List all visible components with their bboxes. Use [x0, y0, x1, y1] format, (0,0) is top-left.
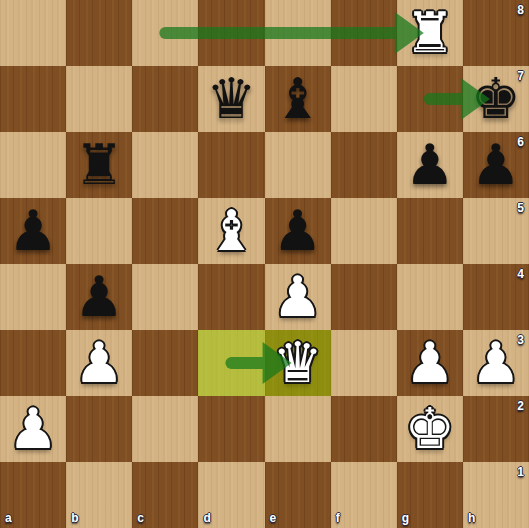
square-f4[interactable] — [331, 264, 397, 330]
piece-black-pawn-a5[interactable]: ♟ — [8, 203, 58, 259]
piece-white-pawn-a2[interactable]: ♟ — [8, 401, 58, 457]
piece-white-rook-g8[interactable]: ♜ — [405, 5, 455, 61]
square-g7[interactable] — [397, 66, 463, 132]
piece-white-bishop-d5[interactable]: ♝ — [206, 203, 256, 259]
piece-black-pawn-h6[interactable]: ♟ — [471, 137, 521, 193]
square-f8[interactable] — [331, 0, 397, 66]
square-e5[interactable]: ♟ — [265, 198, 331, 264]
square-a5[interactable]: ♟ — [0, 198, 66, 264]
square-b3[interactable]: ♟ — [66, 330, 132, 396]
square-b2[interactable] — [66, 396, 132, 462]
square-h2[interactable]: 2 — [463, 396, 529, 462]
square-d6[interactable] — [198, 132, 264, 198]
square-h4[interactable]: 4 — [463, 264, 529, 330]
square-e3[interactable]: ♛ — [265, 330, 331, 396]
square-f5[interactable] — [331, 198, 397, 264]
square-g5[interactable] — [397, 198, 463, 264]
piece-black-rook-b6[interactable]: ♜ — [74, 137, 124, 193]
piece-white-pawn-b3[interactable]: ♟ — [74, 335, 124, 391]
piece-black-pawn-g6[interactable]: ♟ — [405, 137, 455, 193]
square-b8[interactable] — [66, 0, 132, 66]
square-g6[interactable]: ♟ — [397, 132, 463, 198]
square-c1[interactable]: c — [132, 462, 198, 528]
piece-black-queen-d7[interactable]: ♛ — [206, 71, 256, 127]
file-label-h: h — [468, 512, 475, 524]
square-c8[interactable] — [132, 0, 198, 66]
square-f2[interactable] — [331, 396, 397, 462]
piece-white-pawn-e4[interactable]: ♟ — [272, 269, 322, 325]
square-b1[interactable]: b — [66, 462, 132, 528]
file-label-b: b — [71, 512, 78, 524]
square-c7[interactable] — [132, 66, 198, 132]
square-h7[interactable]: 7♚ — [463, 66, 529, 132]
file-label-f: f — [336, 512, 340, 524]
piece-black-pawn-b4[interactable]: ♟ — [74, 269, 124, 325]
rank-label-4: 4 — [517, 268, 524, 280]
square-d3[interactable] — [198, 330, 264, 396]
square-f1[interactable]: f — [331, 462, 397, 528]
piece-white-queen-e3[interactable]: ♛ — [272, 335, 322, 391]
file-label-d: d — [203, 512, 210, 524]
square-c2[interactable] — [132, 396, 198, 462]
square-d2[interactable] — [198, 396, 264, 462]
piece-black-pawn-e5[interactable]: ♟ — [272, 203, 322, 259]
piece-black-king-h7[interactable]: ♚ — [471, 71, 521, 127]
square-d7[interactable]: ♛ — [198, 66, 264, 132]
rank-label-8: 8 — [517, 4, 524, 16]
rank-label-5: 5 — [517, 202, 524, 214]
piece-white-pawn-h3[interactable]: ♟ — [471, 335, 521, 391]
square-g8[interactable]: ♜ — [397, 0, 463, 66]
square-d5[interactable]: ♝ — [198, 198, 264, 264]
square-e7[interactable]: ♝ — [265, 66, 331, 132]
rank-label-2: 2 — [517, 400, 524, 412]
file-label-c: c — [137, 512, 144, 524]
square-c5[interactable] — [132, 198, 198, 264]
square-f6[interactable] — [331, 132, 397, 198]
square-b6[interactable]: ♜ — [66, 132, 132, 198]
square-a2[interactable]: ♟ — [0, 396, 66, 462]
square-d4[interactable] — [198, 264, 264, 330]
piece-black-bishop-e7[interactable]: ♝ — [272, 71, 322, 127]
square-a8[interactable] — [0, 0, 66, 66]
square-e4[interactable]: ♟ — [265, 264, 331, 330]
square-b5[interactable] — [66, 198, 132, 264]
rank-label-1: 1 — [517, 466, 524, 478]
square-f3[interactable] — [331, 330, 397, 396]
square-c6[interactable] — [132, 132, 198, 198]
square-h5[interactable]: 5 — [463, 198, 529, 264]
square-b7[interactable] — [66, 66, 132, 132]
square-a7[interactable] — [0, 66, 66, 132]
chess-board: ♜8♛♝7♚♜♟6♟♟♝♟5♟♟4♟♛♟3♟♟♚2abcdefg1h — [0, 0, 529, 528]
square-h1[interactable]: 1h — [463, 462, 529, 528]
square-a3[interactable] — [0, 330, 66, 396]
square-a6[interactable] — [0, 132, 66, 198]
square-e8[interactable] — [265, 0, 331, 66]
piece-white-king-g2[interactable]: ♚ — [405, 401, 455, 457]
square-a1[interactable]: a — [0, 462, 66, 528]
square-h6[interactable]: 6♟ — [463, 132, 529, 198]
square-g4[interactable] — [397, 264, 463, 330]
square-d1[interactable]: d — [198, 462, 264, 528]
square-h3[interactable]: 3♟ — [463, 330, 529, 396]
square-f7[interactable] — [331, 66, 397, 132]
square-e6[interactable] — [265, 132, 331, 198]
square-c3[interactable] — [132, 330, 198, 396]
square-g1[interactable]: g — [397, 462, 463, 528]
piece-white-pawn-g3[interactable]: ♟ — [405, 335, 455, 391]
square-g3[interactable]: ♟ — [397, 330, 463, 396]
square-c4[interactable] — [132, 264, 198, 330]
square-h8[interactable]: 8 — [463, 0, 529, 66]
file-label-g: g — [402, 512, 409, 524]
square-e2[interactable] — [265, 396, 331, 462]
file-label-a: a — [5, 512, 12, 524]
square-b4[interactable]: ♟ — [66, 264, 132, 330]
file-label-e: e — [270, 512, 277, 524]
square-a4[interactable] — [0, 264, 66, 330]
square-e1[interactable]: e — [265, 462, 331, 528]
square-d8[interactable] — [198, 0, 264, 66]
square-g2[interactable]: ♚ — [397, 396, 463, 462]
